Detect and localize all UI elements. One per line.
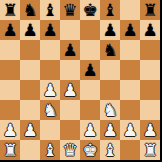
piece-white-pawn[interactable]: ♟ <box>62 80 77 100</box>
piece-white-pawn[interactable]: ♟ <box>102 120 117 140</box>
square-d3[interactable] <box>60 100 80 120</box>
piece-white-pawn[interactable]: ♟ <box>42 80 57 100</box>
piece-black-pawn[interactable]: ♟ <box>62 40 77 60</box>
piece-black-king[interactable]: ♚ <box>82 0 97 20</box>
piece-black-knight[interactable]: ♞ <box>102 40 117 60</box>
square-a8[interactable]: ♜ <box>0 0 20 20</box>
piece-black-pawn[interactable]: ♟ <box>122 20 137 40</box>
square-b3[interactable] <box>20 100 40 120</box>
square-b4[interactable] <box>20 80 40 100</box>
piece-white-knight[interactable]: ♞ <box>102 100 117 120</box>
square-d7[interactable] <box>60 20 80 40</box>
piece-black-queen[interactable]: ♛ <box>62 0 77 20</box>
piece-black-pawn[interactable]: ♟ <box>22 20 37 40</box>
piece-white-king[interactable]: ♚ <box>82 140 97 160</box>
square-f2[interactable]: ♟ <box>100 120 120 140</box>
square-f1[interactable]: ♝ <box>100 140 120 160</box>
square-e7[interactable] <box>80 20 100 40</box>
piece-white-bishop[interactable]: ♝ <box>42 140 57 160</box>
square-b1[interactable] <box>20 140 40 160</box>
square-a4[interactable] <box>0 80 20 100</box>
square-h4[interactable] <box>140 80 160 100</box>
square-a5[interactable] <box>0 60 20 80</box>
square-h7[interactable]: ♟ <box>140 20 160 40</box>
square-b2[interactable]: ♟ <box>20 120 40 140</box>
piece-white-pawn[interactable]: ♟ <box>82 120 97 140</box>
square-d1[interactable]: ♛ <box>60 140 80 160</box>
square-g5[interactable] <box>120 60 140 80</box>
piece-black-rook[interactable]: ♜ <box>142 0 157 20</box>
piece-black-bishop[interactable]: ♝ <box>42 0 57 20</box>
piece-black-pawn[interactable]: ♟ <box>2 20 17 40</box>
square-f7[interactable]: ♟ <box>100 20 120 40</box>
square-a2[interactable]: ♟ <box>0 120 20 140</box>
piece-white-pawn[interactable]: ♟ <box>142 120 157 140</box>
square-e8[interactable]: ♚ <box>80 0 100 20</box>
square-h8[interactable]: ♜ <box>140 0 160 20</box>
piece-white-rook[interactable]: ♜ <box>2 140 17 160</box>
square-b6[interactable] <box>20 40 40 60</box>
square-h5[interactable] <box>140 60 160 80</box>
square-h6[interactable] <box>140 40 160 60</box>
square-h3[interactable] <box>140 100 160 120</box>
square-h2[interactable]: ♟ <box>140 120 160 140</box>
square-c4[interactable]: ♟ <box>40 80 60 100</box>
square-g3[interactable] <box>120 100 140 120</box>
square-b7[interactable]: ♟ <box>20 20 40 40</box>
square-c7[interactable]: ♟ <box>40 20 60 40</box>
piece-white-rook[interactable]: ♜ <box>142 140 157 160</box>
square-e6[interactable] <box>80 40 100 60</box>
square-a6[interactable] <box>0 40 20 60</box>
square-e4[interactable] <box>80 80 100 100</box>
square-e5[interactable]: ♟ <box>80 60 100 80</box>
square-e2[interactable]: ♟ <box>80 120 100 140</box>
piece-white-bishop[interactable]: ♝ <box>102 140 117 160</box>
piece-black-bishop[interactable]: ♝ <box>102 0 117 20</box>
square-c1[interactable]: ♝ <box>40 140 60 160</box>
square-c2[interactable] <box>40 120 60 140</box>
square-c6[interactable] <box>40 40 60 60</box>
piece-white-pawn[interactable]: ♟ <box>122 120 137 140</box>
square-f5[interactable] <box>100 60 120 80</box>
piece-black-rook[interactable]: ♜ <box>2 0 17 20</box>
square-g7[interactable]: ♟ <box>120 20 140 40</box>
piece-black-knight[interactable]: ♞ <box>22 0 37 20</box>
square-a3[interactable] <box>0 100 20 120</box>
square-a1[interactable]: ♜ <box>0 140 20 160</box>
square-b8[interactable]: ♞ <box>20 0 40 20</box>
square-g6[interactable] <box>120 40 140 60</box>
piece-white-knight[interactable]: ♞ <box>42 100 57 120</box>
square-f6[interactable]: ♞ <box>100 40 120 60</box>
square-d8[interactable]: ♛ <box>60 0 80 20</box>
piece-black-pawn[interactable]: ♟ <box>102 20 117 40</box>
square-d6[interactable]: ♟ <box>60 40 80 60</box>
square-c3[interactable]: ♞ <box>40 100 60 120</box>
square-e1[interactable]: ♚ <box>80 140 100 160</box>
square-e3[interactable] <box>80 100 100 120</box>
square-g8[interactable] <box>120 0 140 20</box>
square-d4[interactable]: ♟ <box>60 80 80 100</box>
piece-white-pawn[interactable]: ♟ <box>2 120 17 140</box>
piece-black-pawn[interactable]: ♟ <box>82 60 97 80</box>
square-f3[interactable]: ♞ <box>100 100 120 120</box>
chess-board: ♜♞♝♛♚♝♜♟♟♟♟♟♟♟♞♟♟♟♞♞♟♟♟♟♟♟♜♝♛♚♝♜ <box>0 0 162 162</box>
square-f8[interactable]: ♝ <box>100 0 120 20</box>
square-g1[interactable] <box>120 140 140 160</box>
square-h1[interactable]: ♜ <box>140 140 160 160</box>
square-a7[interactable]: ♟ <box>0 20 20 40</box>
piece-white-queen[interactable]: ♛ <box>62 140 77 160</box>
square-b5[interactable] <box>20 60 40 80</box>
piece-white-pawn[interactable]: ♟ <box>22 120 37 140</box>
square-d5[interactable] <box>60 60 80 80</box>
square-c5[interactable] <box>40 60 60 80</box>
square-f4[interactable] <box>100 80 120 100</box>
square-g4[interactable] <box>120 80 140 100</box>
piece-black-pawn[interactable]: ♟ <box>142 20 157 40</box>
piece-black-pawn[interactable]: ♟ <box>42 20 57 40</box>
square-g2[interactable]: ♟ <box>120 120 140 140</box>
square-d2[interactable] <box>60 120 80 140</box>
square-c8[interactable]: ♝ <box>40 0 60 20</box>
